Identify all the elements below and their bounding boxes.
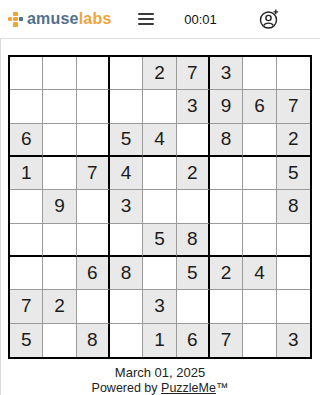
powered-by: Powered by PuzzleMe™ bbox=[0, 381, 320, 395]
sudoku-cell-r3c7[interactable]: 8 bbox=[210, 124, 243, 157]
sudoku-cell-r3c8[interactable] bbox=[243, 124, 276, 157]
sudoku-cell-r8c1[interactable]: 7 bbox=[10, 290, 43, 323]
sudoku-cell-r7c5[interactable] bbox=[143, 257, 176, 290]
sudoku-cell-r3c9[interactable]: 2 bbox=[277, 124, 310, 157]
timer: 00:01 bbox=[182, 12, 220, 27]
sudoku-cell-r5c2[interactable]: 9 bbox=[43, 190, 76, 223]
sudoku-cell-r4c3[interactable]: 7 bbox=[77, 157, 110, 190]
sudoku-cell-r1c5[interactable]: 2 bbox=[143, 57, 176, 90]
amuselabs-logo[interactable]: amuselabs bbox=[8, 10, 112, 28]
sudoku-cell-r3c5[interactable]: 4 bbox=[143, 124, 176, 157]
header: amuselabs 00:01 bbox=[0, 0, 320, 39]
amuselabs-logo-icon bbox=[8, 12, 23, 27]
sudoku-cell-r6c8[interactable] bbox=[243, 224, 276, 257]
sudoku-cell-r7c4[interactable]: 8 bbox=[110, 257, 143, 290]
sudoku-cell-r8c6[interactable] bbox=[177, 290, 210, 323]
footer: March 01, 2025 Powered by PuzzleMe™ bbox=[0, 365, 320, 395]
sudoku-cell-r6c4[interactable] bbox=[110, 224, 143, 257]
sudoku-cell-r9c1[interactable]: 5 bbox=[10, 324, 43, 357]
sudoku-cell-r8c9[interactable] bbox=[277, 290, 310, 323]
sudoku-cell-r2c7[interactable]: 9 bbox=[210, 90, 243, 123]
sudoku-cell-r1c8[interactable] bbox=[243, 57, 276, 90]
sudoku-cell-r6c9[interactable] bbox=[277, 224, 310, 257]
puzzle-date: March 01, 2025 bbox=[0, 365, 320, 381]
sudoku-cell-r4c4[interactable]: 4 bbox=[110, 157, 143, 190]
sudoku-cell-r6c3[interactable] bbox=[77, 224, 110, 257]
sudoku-cell-r9c5[interactable]: 1 bbox=[143, 324, 176, 357]
sudoku-cell-r6c2[interactable] bbox=[43, 224, 76, 257]
sudoku-cell-r1c1[interactable] bbox=[10, 57, 43, 90]
sudoku-cell-r2c4[interactable] bbox=[110, 90, 143, 123]
sudoku-cell-r1c7[interactable]: 3 bbox=[210, 57, 243, 90]
sudoku-cell-r7c3[interactable]: 6 bbox=[77, 257, 110, 290]
sudoku-cell-r3c2[interactable] bbox=[43, 124, 76, 157]
sudoku-cell-r2c5[interactable] bbox=[143, 90, 176, 123]
sudoku-cell-r2c8[interactable]: 6 bbox=[243, 90, 276, 123]
sudoku-cell-r2c2[interactable] bbox=[43, 90, 76, 123]
sudoku-cell-r5c1[interactable] bbox=[10, 190, 43, 223]
menu-icon[interactable] bbox=[138, 10, 154, 28]
sudoku-cell-r8c2[interactable]: 2 bbox=[43, 290, 76, 323]
sudoku-cell-r8c7[interactable] bbox=[210, 290, 243, 323]
sudoku-grid: 273396765482174259385868524723581673 bbox=[8, 55, 312, 359]
sudoku-cell-r8c5[interactable]: 3 bbox=[143, 290, 176, 323]
logo-text: amuselabs bbox=[27, 10, 112, 28]
sudoku-cell-r9c7[interactable]: 7 bbox=[210, 324, 243, 357]
sudoku-cell-r4c1[interactable]: 1 bbox=[10, 157, 43, 190]
sudoku-cell-r6c1[interactable] bbox=[10, 224, 43, 257]
puzzle-area: 273396765482174259385868524723581673 bbox=[0, 39, 320, 359]
sudoku-cell-r9c2[interactable] bbox=[43, 324, 76, 357]
sudoku-cell-r6c5[interactable]: 5 bbox=[143, 224, 176, 257]
sudoku-cell-r7c8[interactable]: 4 bbox=[243, 257, 276, 290]
sudoku-cell-r3c6[interactable] bbox=[177, 124, 210, 157]
sudoku-cell-r1c9[interactable] bbox=[277, 57, 310, 90]
sudoku-cell-r1c6[interactable]: 7 bbox=[177, 57, 210, 90]
sudoku-cell-r5c8[interactable] bbox=[243, 190, 276, 223]
sudoku-cell-r1c3[interactable] bbox=[77, 57, 110, 90]
sudoku-cell-r5c3[interactable] bbox=[77, 190, 110, 223]
sudoku-cell-r3c1[interactable]: 6 bbox=[10, 124, 43, 157]
sudoku-cell-r9c9[interactable]: 3 bbox=[277, 324, 310, 357]
sudoku-cell-r5c7[interactable] bbox=[210, 190, 243, 223]
sudoku-cell-r4c6[interactable]: 2 bbox=[177, 157, 210, 190]
sudoku-cell-r7c2[interactable] bbox=[43, 257, 76, 290]
add-user-icon[interactable] bbox=[258, 8, 280, 30]
sudoku-cell-r2c9[interactable]: 7 bbox=[277, 90, 310, 123]
sudoku-cell-r4c9[interactable]: 5 bbox=[277, 157, 310, 190]
sudoku-cell-r2c1[interactable] bbox=[10, 90, 43, 123]
sudoku-cell-r1c4[interactable] bbox=[110, 57, 143, 90]
sudoku-cell-r4c2[interactable] bbox=[43, 157, 76, 190]
sudoku-cell-r3c3[interactable] bbox=[77, 124, 110, 157]
sudoku-cell-r4c5[interactable] bbox=[143, 157, 176, 190]
sudoku-cell-r6c7[interactable] bbox=[210, 224, 243, 257]
sudoku-cell-r5c5[interactable] bbox=[143, 190, 176, 223]
puzzleme-link[interactable]: PuzzleMe bbox=[161, 381, 216, 395]
sudoku-cell-r4c8[interactable] bbox=[243, 157, 276, 190]
sudoku-cell-r9c6[interactable]: 6 bbox=[177, 324, 210, 357]
sudoku-cell-r6c6[interactable]: 8 bbox=[177, 224, 210, 257]
sudoku-cell-r7c1[interactable] bbox=[10, 257, 43, 290]
sudoku-cell-r2c6[interactable]: 3 bbox=[177, 90, 210, 123]
sudoku-cell-r7c7[interactable]: 2 bbox=[210, 257, 243, 290]
sudoku-cell-r5c9[interactable]: 8 bbox=[277, 190, 310, 223]
sudoku-cell-r9c4[interactable] bbox=[110, 324, 143, 357]
sudoku-cell-r8c8[interactable] bbox=[243, 290, 276, 323]
sudoku-cell-r3c4[interactable]: 5 bbox=[110, 124, 143, 157]
sudoku-cell-r1c2[interactable] bbox=[43, 57, 76, 90]
sudoku-cell-r8c3[interactable] bbox=[77, 290, 110, 323]
sudoku-cell-r5c6[interactable] bbox=[177, 190, 210, 223]
sudoku-cell-r4c7[interactable] bbox=[210, 157, 243, 190]
sudoku-cell-r2c3[interactable] bbox=[77, 90, 110, 123]
sudoku-cell-r8c4[interactable] bbox=[110, 290, 143, 323]
sudoku-cell-r7c6[interactable]: 5 bbox=[177, 257, 210, 290]
sudoku-cell-r7c9[interactable] bbox=[277, 257, 310, 290]
sudoku-cell-r9c8[interactable] bbox=[243, 324, 276, 357]
sudoku-cell-r9c3[interactable]: 8 bbox=[77, 324, 110, 357]
sudoku-cell-r5c4[interactable]: 3 bbox=[110, 190, 143, 223]
